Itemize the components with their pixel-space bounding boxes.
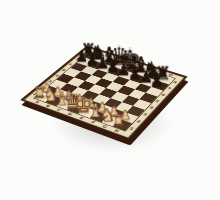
scene: ABCDEFGH ABCDEFGH 87654321 87654321 ♜♞♝♛… xyxy=(0,0,220,200)
chess-set-photo: ABCDEFGH ABCDEFGH 87654321 87654321 ♜♞♝♛… xyxy=(0,0,220,200)
chess-board: ABCDEFGH ABCDEFGH 87654321 87654321 ♜♞♝♛… xyxy=(20,45,188,140)
